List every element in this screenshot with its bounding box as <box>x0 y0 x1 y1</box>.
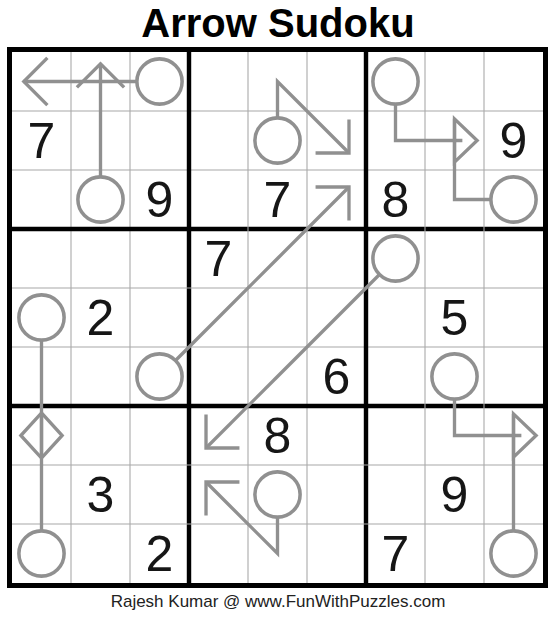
cell-r3c7: 8 <box>366 170 425 229</box>
cell-r1c1[interactable] <box>12 52 71 111</box>
credit-text: Rajesh Kumar @ www.FunWithPuzzles.com <box>0 592 556 612</box>
cell-r7c3[interactable] <box>130 406 189 465</box>
cell-r4c2[interactable] <box>71 229 130 288</box>
cell-r7c9[interactable] <box>484 406 543 465</box>
cell-r5c9[interactable] <box>484 288 543 347</box>
cell-r2c9: 9 <box>484 111 543 170</box>
cell-r2c2[interactable] <box>71 111 130 170</box>
cell-r3c6[interactable] <box>307 170 366 229</box>
cell-r8c5[interactable] <box>248 465 307 524</box>
cell-r3c4[interactable] <box>189 170 248 229</box>
cell-r7c5: 8 <box>248 406 307 465</box>
cell-r3c5: 7 <box>248 170 307 229</box>
cell-r7c7[interactable] <box>366 406 425 465</box>
cell-r6c7[interactable] <box>366 347 425 406</box>
cell-r3c3: 9 <box>130 170 189 229</box>
cell-r3c2[interactable] <box>71 170 130 229</box>
cell-r8c4[interactable] <box>189 465 248 524</box>
cell-r8c6[interactable] <box>307 465 366 524</box>
cell-r9c4[interactable] <box>189 524 248 583</box>
cell-r2c3[interactable] <box>130 111 189 170</box>
cell-r5c4[interactable] <box>189 288 248 347</box>
cell-r2c8[interactable] <box>425 111 484 170</box>
cell-r9c7: 7 <box>366 524 425 583</box>
cell-r1c7[interactable] <box>366 52 425 111</box>
cell-r9c1[interactable] <box>12 524 71 583</box>
cell-r5c1[interactable] <box>12 288 71 347</box>
cell-r6c5[interactable] <box>248 347 307 406</box>
cell-r1c5[interactable] <box>248 52 307 111</box>
cell-r5c2: 2 <box>71 288 130 347</box>
cell-r2c5[interactable] <box>248 111 307 170</box>
cell-r4c4: 7 <box>189 229 248 288</box>
cell-r6c4[interactable] <box>189 347 248 406</box>
cell-r5c7[interactable] <box>366 288 425 347</box>
cell-r1c8[interactable] <box>425 52 484 111</box>
cells-grid: 79978725683927 <box>12 52 543 583</box>
cell-r7c2[interactable] <box>71 406 130 465</box>
cell-r7c4[interactable] <box>189 406 248 465</box>
cell-r1c4[interactable] <box>189 52 248 111</box>
cell-r4c1[interactable] <box>12 229 71 288</box>
cell-r2c4[interactable] <box>189 111 248 170</box>
cell-r6c9[interactable] <box>484 347 543 406</box>
cell-r3c8[interactable] <box>425 170 484 229</box>
cell-r4c9[interactable] <box>484 229 543 288</box>
cell-r5c3[interactable] <box>130 288 189 347</box>
cell-r9c6[interactable] <box>307 524 366 583</box>
cell-r8c3[interactable] <box>130 465 189 524</box>
cell-r8c9[interactable] <box>484 465 543 524</box>
cell-r1c6[interactable] <box>307 52 366 111</box>
cell-r5c5[interactable] <box>248 288 307 347</box>
cell-r6c1[interactable] <box>12 347 71 406</box>
cell-r9c9[interactable] <box>484 524 543 583</box>
cell-r7c1[interactable] <box>12 406 71 465</box>
cell-r6c8[interactable] <box>425 347 484 406</box>
cell-r9c2[interactable] <box>71 524 130 583</box>
cell-r7c6[interactable] <box>307 406 366 465</box>
cell-r5c8: 5 <box>425 288 484 347</box>
cell-r1c3[interactable] <box>130 52 189 111</box>
cell-r9c8[interactable] <box>425 524 484 583</box>
sudoku-board: 79978725683927 <box>7 47 548 588</box>
page-title: Arrow Sudoku <box>0 0 556 46</box>
cell-r5c6[interactable] <box>307 288 366 347</box>
cell-r8c1[interactable] <box>12 465 71 524</box>
cell-r2c7[interactable] <box>366 111 425 170</box>
cell-r8c7[interactable] <box>366 465 425 524</box>
cell-r3c9[interactable] <box>484 170 543 229</box>
cell-r9c5[interactable] <box>248 524 307 583</box>
cell-r4c3[interactable] <box>130 229 189 288</box>
cell-r4c8[interactable] <box>425 229 484 288</box>
cell-r1c2[interactable] <box>71 52 130 111</box>
cell-r9c3: 2 <box>130 524 189 583</box>
cell-r6c3[interactable] <box>130 347 189 406</box>
cell-r6c2[interactable] <box>71 347 130 406</box>
cell-r4c5[interactable] <box>248 229 307 288</box>
cell-r4c7[interactable] <box>366 229 425 288</box>
cell-r3c1[interactable] <box>12 170 71 229</box>
cell-r1c9[interactable] <box>484 52 543 111</box>
cell-r8c8: 9 <box>425 465 484 524</box>
cell-r8c2: 3 <box>71 465 130 524</box>
cell-r2c6[interactable] <box>307 111 366 170</box>
cell-r2c1: 7 <box>12 111 71 170</box>
cell-r7c8[interactable] <box>425 406 484 465</box>
cell-r4c6[interactable] <box>307 229 366 288</box>
cell-r6c6: 6 <box>307 347 366 406</box>
